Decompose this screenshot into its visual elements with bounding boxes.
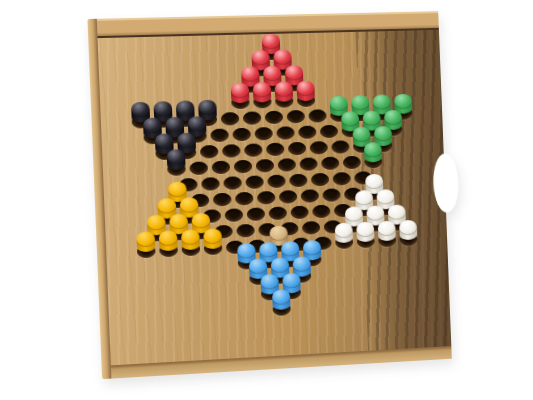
board-cell — [296, 124, 318, 141]
board-cell — [331, 171, 353, 188]
board-hole[interactable] — [343, 156, 361, 170]
board-hole[interactable] — [247, 207, 265, 221]
board-cell — [287, 173, 309, 190]
peg-white[interactable] — [399, 220, 418, 248]
board-cell — [300, 220, 322, 237]
board-cell — [355, 233, 377, 250]
board-cell — [198, 144, 221, 161]
board-face — [98, 30, 452, 366]
board-hole[interactable] — [299, 157, 317, 171]
board-cell — [264, 142, 287, 159]
board-cell — [306, 108, 328, 125]
board-cell — [263, 110, 286, 127]
board-cell — [299, 188, 321, 205]
peg-white[interactable] — [378, 221, 397, 249]
board-hole[interactable] — [302, 221, 320, 235]
board-hole[interactable] — [320, 125, 338, 139]
board-hole[interactable] — [311, 173, 329, 187]
board-cell — [208, 127, 231, 144]
board-cell — [232, 159, 255, 176]
board-hole[interactable] — [244, 143, 262, 157]
board-hole[interactable] — [234, 160, 253, 174]
board-cell — [242, 142, 265, 159]
board-hole[interactable] — [276, 126, 294, 140]
board-cell — [333, 234, 355, 251]
peg-white[interactable] — [356, 222, 375, 251]
peg-red[interactable] — [231, 83, 250, 112]
board-hole[interactable] — [290, 206, 308, 220]
board-hole[interactable] — [257, 191, 275, 205]
board-cell — [229, 95, 252, 112]
board-hole[interactable] — [331, 140, 349, 154]
board-hole[interactable] — [223, 176, 242, 190]
board-cell — [265, 173, 288, 190]
board-cell — [223, 207, 246, 224]
board-cell — [310, 204, 332, 221]
board-cell — [220, 143, 243, 160]
board-cell — [221, 175, 244, 192]
photo-scene — [0, 0, 533, 400]
board-cell — [376, 232, 398, 249]
peg-board — [125, 42, 424, 325]
board-hole[interactable] — [265, 111, 283, 125]
board-cell — [251, 94, 274, 111]
board-cell — [230, 127, 253, 144]
peg-yellow[interactable] — [159, 230, 178, 259]
board-hole[interactable] — [288, 142, 306, 156]
board-hole[interactable] — [236, 224, 255, 238]
board-hole[interactable] — [200, 145, 219, 159]
board-cell — [234, 223, 257, 240]
board-cell — [295, 93, 317, 110]
board-cell — [309, 172, 331, 189]
board-hole[interactable] — [213, 193, 232, 207]
board-cell — [270, 301, 292, 318]
board-cell — [233, 191, 256, 208]
board-hole[interactable] — [289, 174, 307, 188]
chinese-checkers-box — [87, 11, 451, 379]
board-cell — [252, 126, 275, 143]
peg-red[interactable] — [275, 81, 294, 110]
board-hole[interactable] — [279, 190, 297, 204]
board-hole[interactable] — [312, 205, 330, 219]
board-cell — [297, 156, 319, 173]
board-hole[interactable] — [310, 141, 328, 155]
peg-yellow[interactable] — [181, 229, 200, 258]
board-hole[interactable] — [189, 161, 208, 175]
board-cell — [308, 140, 330, 157]
board-hole[interactable] — [235, 192, 254, 206]
board-hole[interactable] — [322, 188, 340, 202]
board-hole[interactable] — [254, 127, 272, 141]
board-cell — [245, 206, 268, 223]
board-cell — [241, 110, 264, 127]
board-cell — [398, 231, 420, 248]
peg-yellow[interactable] — [203, 228, 222, 257]
board-cell — [157, 242, 180, 259]
board-cell — [329, 139, 351, 156]
board-cell — [165, 161, 188, 178]
board-cell — [243, 174, 266, 191]
board-hole[interactable] — [221, 112, 240, 126]
board-cell — [210, 159, 233, 176]
board-cell — [288, 204, 310, 221]
board-hole[interactable] — [269, 206, 287, 220]
peg-green[interactable] — [364, 142, 383, 170]
board-cell — [362, 154, 384, 171]
board-hole[interactable] — [308, 109, 326, 123]
board-cell — [274, 125, 296, 142]
board-hole[interactable] — [201, 177, 220, 191]
board-hole[interactable] — [298, 125, 316, 139]
board-hole[interactable] — [278, 158, 296, 172]
board-cell — [199, 176, 222, 193]
peg-blue[interactable] — [272, 289, 291, 318]
board-hole[interactable] — [266, 143, 284, 157]
board-hole[interactable] — [256, 159, 274, 173]
board-cell — [255, 190, 278, 207]
board-hole[interactable] — [212, 161, 231, 175]
peg-yellow[interactable] — [136, 231, 156, 260]
board-cell — [267, 205, 289, 222]
board-hole[interactable] — [245, 175, 263, 189]
peg-red[interactable] — [253, 82, 272, 111]
board-hole[interactable] — [287, 110, 305, 124]
board-hole[interactable] — [243, 111, 262, 125]
board-cell — [179, 241, 202, 258]
peg-white[interactable] — [335, 223, 354, 252]
board-cell — [320, 187, 342, 204]
board-hole[interactable] — [301, 189, 319, 203]
board-cell — [135, 243, 158, 260]
board-cell — [254, 158, 277, 175]
board-hole[interactable] — [232, 128, 251, 142]
board-cell — [285, 109, 307, 126]
board-cell — [219, 111, 242, 128]
board-cell — [187, 160, 210, 177]
board-hole[interactable] — [225, 208, 244, 222]
board-hole[interactable] — [321, 157, 339, 171]
board-hole[interactable] — [267, 175, 285, 189]
board-hole[interactable] — [333, 172, 351, 186]
board-cell — [277, 189, 299, 206]
peg-red[interactable] — [296, 81, 315, 109]
board-cell — [286, 141, 308, 158]
board-cell — [319, 155, 341, 172]
board-hole[interactable] — [222, 144, 241, 158]
board-cell — [276, 157, 298, 174]
board-cell — [341, 155, 363, 172]
board-cell — [211, 192, 234, 209]
board-hole[interactable] — [210, 128, 229, 142]
board-cell — [318, 124, 340, 141]
board-cell — [202, 240, 225, 257]
board-cell — [273, 93, 295, 110]
peg-black[interactable] — [167, 149, 186, 178]
